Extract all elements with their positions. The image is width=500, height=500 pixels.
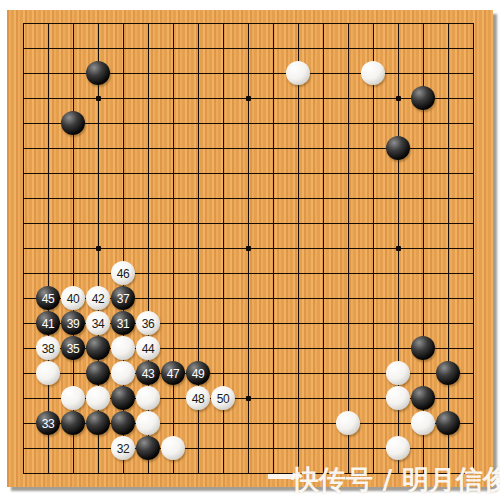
stone-black-move-35: 35 bbox=[61, 336, 85, 360]
move-number: 39 bbox=[67, 318, 79, 330]
stone-white bbox=[61, 386, 85, 410]
stone-black bbox=[111, 386, 135, 410]
stone-black bbox=[436, 411, 460, 435]
stone-black-move-45: 45 bbox=[36, 286, 60, 310]
move-number: 47 bbox=[167, 368, 179, 380]
stone-black-move-49: 49 bbox=[186, 361, 210, 385]
stone-white-move-50: 50 bbox=[211, 386, 235, 410]
move-number: 49 bbox=[192, 368, 204, 380]
move-number: 34 bbox=[92, 318, 104, 330]
stone-white bbox=[386, 436, 410, 460]
move-number: 46 bbox=[117, 268, 129, 280]
stone-white-move-44: 44 bbox=[136, 336, 160, 360]
stone-black-move-39: 39 bbox=[61, 311, 85, 335]
stone-black bbox=[61, 111, 85, 135]
goban-grid: 4645404237413934313638354443474948503332 bbox=[23, 23, 474, 474]
stone-black-move-43: 43 bbox=[136, 361, 160, 385]
stone-black-move-37: 37 bbox=[111, 286, 135, 310]
stone-white bbox=[336, 411, 360, 435]
stone-white-move-32: 32 bbox=[111, 436, 135, 460]
stone-black bbox=[386, 136, 410, 160]
stone-white bbox=[411, 411, 435, 435]
stone-black-move-47: 47 bbox=[161, 361, 185, 385]
stone-black bbox=[411, 386, 435, 410]
star-point bbox=[246, 96, 251, 101]
move-number: 43 bbox=[142, 368, 154, 380]
move-number: 38 bbox=[42, 343, 54, 355]
move-number: 31 bbox=[117, 318, 129, 330]
stone-black bbox=[436, 361, 460, 385]
stone-black bbox=[411, 86, 435, 110]
stone-black bbox=[136, 436, 160, 460]
stone-white-move-36: 36 bbox=[136, 311, 160, 335]
stone-white bbox=[161, 436, 185, 460]
star-point bbox=[396, 96, 401, 101]
star-point bbox=[246, 246, 251, 251]
go-board: 4645404237413934313638354443474948503332 bbox=[7, 10, 493, 487]
stone-white bbox=[136, 411, 160, 435]
stone-white-move-38: 38 bbox=[36, 336, 60, 360]
move-number: 44 bbox=[142, 343, 154, 355]
stone-white-move-46: 46 bbox=[111, 261, 135, 285]
move-number: 42 bbox=[92, 293, 104, 305]
stone-white-move-40: 40 bbox=[61, 286, 85, 310]
move-number: 35 bbox=[67, 343, 79, 355]
stone-black-move-33: 33 bbox=[36, 411, 60, 435]
stone-black bbox=[86, 361, 110, 385]
stone-black bbox=[61, 411, 85, 435]
stone-black-move-31: 31 bbox=[111, 311, 135, 335]
stone-white bbox=[136, 386, 160, 410]
stone-white bbox=[286, 61, 310, 85]
star-point bbox=[96, 96, 101, 101]
star-point bbox=[96, 246, 101, 251]
stone-white-move-34: 34 bbox=[86, 311, 110, 335]
move-number: 41 bbox=[42, 318, 54, 330]
move-number: 37 bbox=[117, 293, 129, 305]
stone-white bbox=[386, 361, 410, 385]
stone-white-move-42: 42 bbox=[86, 286, 110, 310]
stone-white bbox=[361, 61, 385, 85]
stone-white bbox=[36, 361, 60, 385]
stone-black bbox=[86, 411, 110, 435]
move-number: 32 bbox=[117, 443, 129, 455]
stone-black bbox=[411, 336, 435, 360]
stone-white bbox=[86, 386, 110, 410]
star-point bbox=[246, 396, 251, 401]
stone-black bbox=[86, 336, 110, 360]
move-number: 50 bbox=[217, 393, 229, 405]
stone-white-move-48: 48 bbox=[186, 386, 210, 410]
stone-white bbox=[111, 361, 135, 385]
star-point bbox=[396, 246, 401, 251]
move-number: 45 bbox=[42, 293, 54, 305]
stone-black bbox=[111, 411, 135, 435]
watermark-text: 快传号 / 明月信俊 bbox=[292, 462, 500, 498]
move-number: 36 bbox=[142, 318, 154, 330]
move-number: 48 bbox=[192, 393, 204, 405]
stone-white bbox=[111, 336, 135, 360]
stone-white bbox=[386, 386, 410, 410]
stone-black-move-41: 41 bbox=[36, 311, 60, 335]
stone-black bbox=[86, 61, 110, 85]
move-number: 40 bbox=[67, 293, 79, 305]
move-number: 33 bbox=[42, 418, 54, 430]
